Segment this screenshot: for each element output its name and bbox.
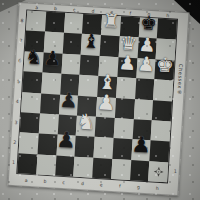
square-g5[interactable] — [135, 78, 155, 99]
square-c8[interactable] — [63, 13, 83, 34]
square-e1[interactable] — [92, 157, 112, 178]
square-b1[interactable] — [36, 154, 56, 175]
square-b4[interactable] — [40, 93, 60, 114]
square-a3[interactable] — [20, 112, 40, 133]
square-a2[interactable] — [19, 133, 39, 154]
square-h1[interactable] — [148, 161, 168, 182]
file-label-bottom-e: e — [92, 181, 111, 189]
square-e2[interactable] — [93, 137, 113, 158]
square-h3[interactable] — [151, 120, 171, 141]
square-c7[interactable] — [62, 33, 82, 54]
file-label-bottom-d: d — [73, 180, 92, 188]
square-h4[interactable] — [152, 100, 172, 121]
square-d1[interactable] — [73, 156, 93, 177]
square-b8[interactable] — [45, 12, 65, 33]
square-e7[interactable] — [100, 35, 120, 56]
square-f4[interactable] — [115, 98, 135, 119]
rank-label-right-1: 1 — [174, 169, 177, 174]
file-label-bottom-f: f — [110, 182, 129, 190]
piece-white-Q-f7[interactable]: ♛ — [119, 33, 137, 53]
piece-black-b-d7[interactable]: ♝ — [82, 31, 100, 51]
piece-black-k-g8[interactable]: ♚ — [140, 14, 158, 33]
square-e3[interactable] — [95, 117, 115, 138]
square-d2[interactable] — [75, 136, 95, 157]
piece-black-p-g2[interactable]: ♟ — [131, 134, 152, 157]
square-f3[interactable] — [113, 118, 133, 139]
piece-black-p-c4[interactable]: ♟ — [59, 89, 79, 111]
square-b3[interactable] — [39, 113, 59, 134]
square-h8[interactable] — [157, 18, 177, 39]
square-b2[interactable] — [37, 134, 57, 155]
piece-black-p-b6[interactable]: ♟ — [43, 48, 62, 69]
square-f5[interactable] — [116, 77, 136, 98]
square-b5[interactable] — [41, 73, 61, 94]
rank-label-left-2: 2 — [11, 132, 19, 153]
brand-text: Chessex® — [176, 64, 184, 96]
square-h2[interactable] — [150, 141, 170, 162]
square-a5[interactable] — [22, 71, 42, 92]
square-g1[interactable] — [130, 160, 150, 181]
file-label-bottom-g: g — [129, 183, 148, 191]
piece-white-N-d3[interactable]: ♞ — [76, 110, 96, 132]
square-d5[interactable] — [78, 75, 98, 96]
playing-area: ♜♛♟♟♟♚♝♟♞♚♝♞♟♟♟♟ — [17, 10, 177, 182]
file-label-bottom-a: a — [17, 176, 36, 184]
piece-white-K-h6[interactable]: ♚ — [155, 55, 174, 76]
square-h5[interactable] — [153, 80, 173, 101]
piece-white-R-e8[interactable]: ♜ — [102, 12, 120, 31]
square-f1[interactable] — [111, 159, 131, 180]
file-label-bottom-b: b — [35, 177, 54, 185]
square-c1[interactable] — [55, 155, 75, 176]
rank-label-left-7: 7 — [17, 30, 25, 51]
rank-label-left-8: 8 — [18, 10, 26, 31]
rank-label-left-4: 4 — [13, 91, 21, 112]
piece-white-P-g7[interactable]: ♟ — [138, 34, 156, 54]
rank-label-left-3: 3 — [12, 112, 20, 133]
rank-label-left-5: 5 — [14, 71, 22, 92]
photo-scene: abcdefgh abcdefgh 87654321 Chessex® 1 ♜♛… — [0, 0, 200, 200]
square-c6[interactable] — [61, 53, 81, 74]
piece-white-P-e4[interactable]: ♟ — [96, 92, 116, 114]
square-a4[interactable] — [21, 92, 41, 113]
rank-label-left-1: 1 — [9, 152, 17, 173]
square-a8[interactable] — [26, 10, 46, 31]
square-a1[interactable] — [17, 153, 37, 174]
rank-label-left-6: 6 — [16, 51, 24, 72]
file-label-bottom-h: h — [148, 184, 167, 192]
square-d6[interactable] — [80, 55, 100, 76]
board-grid: ♜♛♟♟♟♚♝♟♞♚♝♞♟♟♟♟ — [17, 10, 177, 182]
piece-white-P-g6[interactable]: ♟ — [137, 54, 156, 75]
piece-white-P-f6[interactable]: ♟ — [118, 53, 137, 74]
piece-black-p-c2[interactable]: ♟ — [56, 129, 77, 152]
file-label-bottom-c: c — [54, 178, 73, 186]
square-f2[interactable] — [112, 138, 132, 159]
square-g4[interactable] — [133, 99, 153, 120]
chess-board: abcdefgh abcdefgh 87654321 Chessex® 1 ♜♛… — [8, 2, 190, 196]
piece-black-n-a6[interactable]: ♞ — [24, 47, 43, 68]
